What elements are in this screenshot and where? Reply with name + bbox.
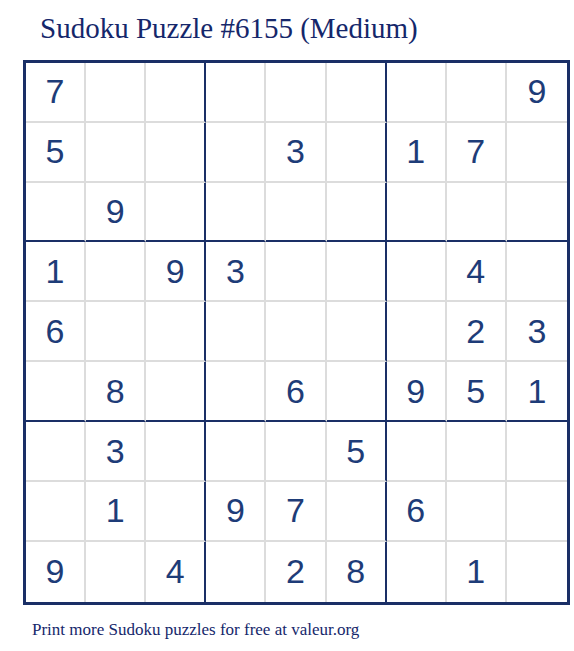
cell-value: 5 bbox=[346, 432, 365, 471]
sudoku-cell-r5c9[interactable]: 3 bbox=[507, 302, 567, 362]
cell-value: 3 bbox=[286, 132, 305, 171]
sudoku-cell-r6c5[interactable]: 6 bbox=[266, 362, 326, 422]
sudoku-cell-r9c7[interactable] bbox=[387, 542, 447, 602]
sudoku-cell-r8c6[interactable] bbox=[327, 482, 387, 542]
sudoku-cell-r4c4[interactable]: 3 bbox=[206, 242, 266, 302]
sudoku-cell-r1c7[interactable] bbox=[387, 63, 447, 123]
cell-value: 5 bbox=[46, 132, 65, 171]
cell-value: 5 bbox=[466, 372, 485, 411]
sudoku-cell-r1c5[interactable] bbox=[266, 63, 326, 123]
sudoku-cell-r8c3[interactable] bbox=[146, 482, 206, 542]
cell-value: 3 bbox=[226, 252, 245, 291]
sudoku-cell-r9c1[interactable]: 9 bbox=[26, 542, 86, 602]
sudoku-cell-r1c4[interactable] bbox=[206, 63, 266, 123]
sudoku-cell-r5c1[interactable]: 6 bbox=[26, 302, 86, 362]
sudoku-cell-r2c8[interactable]: 7 bbox=[447, 123, 507, 183]
sudoku-cell-r6c6[interactable] bbox=[327, 362, 387, 422]
sudoku-cell-r8c2[interactable]: 1 bbox=[86, 482, 146, 542]
cell-value: 1 bbox=[466, 552, 485, 591]
sudoku-cell-r8c8[interactable] bbox=[447, 482, 507, 542]
sudoku-cell-r2c1[interactable]: 5 bbox=[26, 123, 86, 183]
cell-value: 1 bbox=[46, 252, 65, 291]
cell-value: 9 bbox=[406, 372, 425, 411]
sudoku-cell-r7c2[interactable]: 3 bbox=[86, 422, 146, 482]
sudoku-cell-r3c5[interactable] bbox=[266, 183, 326, 243]
sudoku-cell-r8c1[interactable] bbox=[26, 482, 86, 542]
sudoku-cell-r4c6[interactable] bbox=[327, 242, 387, 302]
sudoku-cell-r8c9[interactable] bbox=[507, 482, 567, 542]
sudoku-cell-r6c4[interactable] bbox=[206, 362, 266, 422]
cell-value: 4 bbox=[466, 252, 485, 291]
sudoku-page: Sudoku Puzzle #6155 (Medium) 79531791934… bbox=[0, 11, 574, 640]
cell-value: 1 bbox=[527, 372, 546, 411]
sudoku-cell-r1c6[interactable] bbox=[327, 63, 387, 123]
cell-value: 6 bbox=[286, 372, 305, 411]
cell-value: 6 bbox=[406, 491, 425, 530]
cell-value: 9 bbox=[226, 491, 245, 530]
sudoku-cell-r4c2[interactable] bbox=[86, 242, 146, 302]
sudoku-cell-r1c2[interactable] bbox=[86, 63, 146, 123]
sudoku-cell-r2c6[interactable] bbox=[327, 123, 387, 183]
sudoku-cell-r5c5[interactable] bbox=[266, 302, 326, 362]
cell-value: 8 bbox=[106, 372, 125, 411]
sudoku-cell-r4c8[interactable]: 4 bbox=[447, 242, 507, 302]
sudoku-cell-r2c9[interactable] bbox=[507, 123, 567, 183]
sudoku-cell-r6c3[interactable] bbox=[146, 362, 206, 422]
sudoku-cell-r6c7[interactable]: 9 bbox=[387, 362, 447, 422]
sudoku-cell-r8c5[interactable]: 7 bbox=[266, 482, 326, 542]
sudoku-cell-r6c2[interactable]: 8 bbox=[86, 362, 146, 422]
sudoku-cell-r9c8[interactable]: 1 bbox=[447, 542, 507, 602]
cell-value: 2 bbox=[466, 312, 485, 351]
cell-value: 1 bbox=[406, 132, 425, 171]
sudoku-cell-r7c8[interactable] bbox=[447, 422, 507, 482]
sudoku-cell-r2c2[interactable] bbox=[86, 123, 146, 183]
cell-value: 1 bbox=[106, 491, 125, 530]
sudoku-cell-r3c3[interactable] bbox=[146, 183, 206, 243]
sudoku-cell-r3c6[interactable] bbox=[327, 183, 387, 243]
sudoku-cell-r7c1[interactable] bbox=[26, 422, 86, 482]
sudoku-cell-r4c7[interactable] bbox=[387, 242, 447, 302]
sudoku-cell-r5c7[interactable] bbox=[387, 302, 447, 362]
footer-text: Print more Sudoku puzzles for free at va… bbox=[32, 620, 574, 640]
page-title: Sudoku Puzzle #6155 (Medium) bbox=[40, 11, 574, 46]
sudoku-cell-r3c7[interactable] bbox=[387, 183, 447, 243]
cell-value: 7 bbox=[466, 132, 485, 171]
sudoku-cell-r2c5[interactable]: 3 bbox=[266, 123, 326, 183]
sudoku-cell-r1c8[interactable] bbox=[447, 63, 507, 123]
sudoku-cell-r3c9[interactable] bbox=[507, 183, 567, 243]
cell-value: 6 bbox=[46, 312, 65, 351]
cell-value: 9 bbox=[106, 192, 125, 231]
sudoku-cell-r4c3[interactable]: 9 bbox=[146, 242, 206, 302]
sudoku-cell-r7c5[interactable] bbox=[266, 422, 326, 482]
sudoku-cell-r8c7[interactable]: 6 bbox=[387, 482, 447, 542]
cell-value: 8 bbox=[346, 552, 365, 591]
sudoku-cell-r1c3[interactable] bbox=[146, 63, 206, 123]
sudoku-cell-r7c9[interactable] bbox=[507, 422, 567, 482]
sudoku-cell-r2c3[interactable] bbox=[146, 123, 206, 183]
sudoku-cell-r7c4[interactable] bbox=[206, 422, 266, 482]
sudoku-cell-r5c8[interactable]: 2 bbox=[447, 302, 507, 362]
sudoku-cell-r7c3[interactable] bbox=[146, 422, 206, 482]
cell-value: 3 bbox=[527, 312, 546, 351]
cell-value: 4 bbox=[166, 552, 185, 591]
sudoku-cell-r5c4[interactable] bbox=[206, 302, 266, 362]
cell-value: 7 bbox=[46, 72, 65, 111]
sudoku-cell-r3c4[interactable] bbox=[206, 183, 266, 243]
sudoku-cell-r9c3[interactable]: 4 bbox=[146, 542, 206, 602]
sudoku-cell-r4c1[interactable]: 1 bbox=[26, 242, 86, 302]
sudoku-cell-r3c1[interactable] bbox=[26, 183, 86, 243]
sudoku-cell-r9c4[interactable] bbox=[206, 542, 266, 602]
sudoku-cell-r4c9[interactable] bbox=[507, 242, 567, 302]
sudoku-cell-r3c2[interactable]: 9 bbox=[86, 183, 146, 243]
sudoku-cell-r2c4[interactable] bbox=[206, 123, 266, 183]
sudoku-cell-r1c1[interactable]: 7 bbox=[26, 63, 86, 123]
sudoku-cell-r5c6[interactable] bbox=[327, 302, 387, 362]
sudoku-cell-r9c5[interactable]: 2 bbox=[266, 542, 326, 602]
sudoku-board: 795317919346238695135197694281 bbox=[23, 60, 570, 605]
cell-value: 2 bbox=[286, 552, 305, 591]
sudoku-cell-r4c5[interactable] bbox=[266, 242, 326, 302]
sudoku-cell-r9c9[interactable] bbox=[507, 542, 567, 602]
cell-value: 9 bbox=[46, 552, 65, 591]
sudoku-cell-r5c3[interactable] bbox=[146, 302, 206, 362]
cell-value: 3 bbox=[106, 432, 125, 471]
sudoku-cell-r8c4[interactable]: 9 bbox=[206, 482, 266, 542]
sudoku-cell-r7c7[interactable] bbox=[387, 422, 447, 482]
sudoku-cell-r2c7[interactable]: 1 bbox=[387, 123, 447, 183]
sudoku-cell-r7c6[interactable]: 5 bbox=[327, 422, 387, 482]
sudoku-cell-r6c8[interactable]: 5 bbox=[447, 362, 507, 422]
sudoku-cell-r1c9[interactable]: 9 bbox=[507, 63, 567, 123]
cell-value: 9 bbox=[166, 252, 185, 291]
sudoku-cell-r9c2[interactable] bbox=[86, 542, 146, 602]
sudoku-cell-r6c1[interactable] bbox=[26, 362, 86, 422]
cell-value: 9 bbox=[527, 72, 546, 111]
cell-value: 7 bbox=[286, 491, 305, 530]
sudoku-cell-r3c8[interactable] bbox=[447, 183, 507, 243]
sudoku-cell-r5c2[interactable] bbox=[86, 302, 146, 362]
sudoku-cell-r6c9[interactable]: 1 bbox=[507, 362, 567, 422]
sudoku-cell-r9c6[interactable]: 8 bbox=[327, 542, 387, 602]
